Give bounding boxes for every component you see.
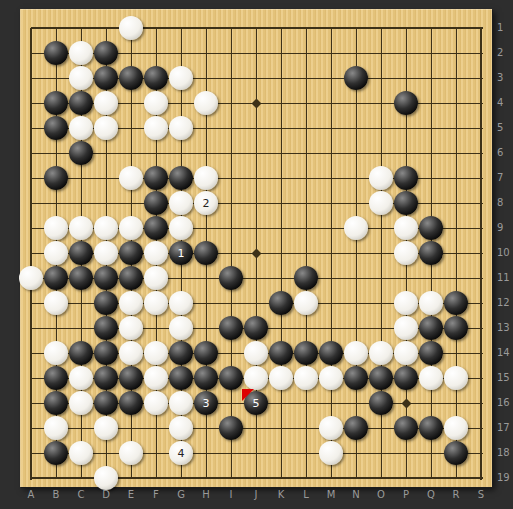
grid-line-vertical	[281, 28, 282, 479]
white-stone	[394, 291, 418, 315]
column-label: O	[371, 489, 391, 500]
black-stone	[44, 391, 68, 415]
column-label: N	[346, 489, 366, 500]
row-label: 2	[497, 47, 513, 58]
white-stone	[394, 341, 418, 365]
white-stone	[94, 116, 118, 140]
black-stone	[44, 91, 68, 115]
white-stone	[144, 116, 168, 140]
row-label: 8	[497, 197, 513, 208]
white-stone	[69, 441, 93, 465]
white-stone	[94, 241, 118, 265]
grid-line-vertical	[456, 28, 457, 479]
white-stone	[144, 341, 168, 365]
black-stone	[144, 191, 168, 215]
white-stone	[19, 266, 43, 290]
black-stone	[169, 166, 193, 190]
white-stone	[44, 241, 68, 265]
black-stone	[119, 391, 143, 415]
white-stone	[144, 91, 168, 115]
black-stone	[144, 166, 168, 190]
star-point	[402, 399, 412, 409]
black-stone	[44, 116, 68, 140]
column-label: D	[96, 489, 116, 500]
black-stone	[394, 91, 418, 115]
black-stone	[194, 241, 218, 265]
black-stone	[294, 266, 318, 290]
white-stone	[69, 391, 93, 415]
row-label: 13	[497, 322, 513, 333]
black-stone	[194, 366, 218, 390]
black-stone	[119, 266, 143, 290]
white-stone	[344, 216, 368, 240]
white-stone	[419, 291, 443, 315]
white-stone	[94, 416, 118, 440]
black-stone	[444, 441, 468, 465]
white-stone: 4	[169, 441, 193, 465]
black-stone: 3	[194, 391, 218, 415]
row-label: 7	[497, 172, 513, 183]
black-stone	[419, 416, 443, 440]
column-label: P	[396, 489, 416, 500]
star-point	[252, 99, 262, 109]
white-stone	[394, 216, 418, 240]
column-label: J	[246, 489, 266, 500]
row-label: 5	[497, 122, 513, 133]
grid-line-horizontal	[31, 27, 483, 29]
white-stone	[169, 416, 193, 440]
black-stone	[169, 341, 193, 365]
column-label: R	[446, 489, 466, 500]
white-stone	[69, 116, 93, 140]
black-stone	[94, 391, 118, 415]
white-stone	[319, 416, 343, 440]
column-label: B	[46, 489, 66, 500]
row-label: 9	[497, 222, 513, 233]
move-number: 2	[203, 198, 210, 209]
white-stone	[94, 216, 118, 240]
column-label: M	[321, 489, 341, 500]
black-stone	[444, 291, 468, 315]
black-stone	[94, 66, 118, 90]
white-stone	[369, 166, 393, 190]
white-stone	[169, 291, 193, 315]
white-stone	[119, 291, 143, 315]
black-stone	[94, 291, 118, 315]
black-stone	[119, 366, 143, 390]
white-stone	[344, 341, 368, 365]
grid-line-vertical	[306, 28, 307, 479]
black-stone	[419, 216, 443, 240]
white-stone	[394, 241, 418, 265]
column-label: L	[296, 489, 316, 500]
black-stone	[169, 366, 193, 390]
white-stone	[444, 366, 468, 390]
black-stone	[94, 366, 118, 390]
grid-line-horizontal	[31, 153, 483, 154]
black-stone	[69, 341, 93, 365]
white-stone	[144, 391, 168, 415]
white-stone	[419, 366, 443, 390]
row-label: 1	[497, 22, 513, 33]
black-stone	[94, 266, 118, 290]
black-stone	[369, 366, 393, 390]
white-stone	[44, 416, 68, 440]
grid-line-vertical	[331, 28, 332, 479]
column-label: Q	[421, 489, 441, 500]
white-stone	[69, 41, 93, 65]
black-stone	[69, 91, 93, 115]
black-stone	[219, 316, 243, 340]
black-stone	[119, 241, 143, 265]
black-stone	[269, 341, 293, 365]
grid-line-vertical	[30, 28, 32, 480]
white-stone	[369, 341, 393, 365]
column-label: C	[71, 489, 91, 500]
row-label: 14	[497, 347, 513, 358]
white-stone	[119, 441, 143, 465]
row-label: 11	[497, 272, 513, 283]
black-stone	[269, 291, 293, 315]
white-stone	[119, 166, 143, 190]
black-stone	[69, 266, 93, 290]
black-stone	[294, 341, 318, 365]
white-stone	[244, 341, 268, 365]
black-stone	[419, 316, 443, 340]
row-label: 4	[497, 97, 513, 108]
white-stone	[319, 366, 343, 390]
white-stone	[119, 341, 143, 365]
black-stone	[94, 341, 118, 365]
white-stone	[69, 216, 93, 240]
black-stone	[319, 341, 343, 365]
black-stone	[94, 41, 118, 65]
black-stone	[44, 441, 68, 465]
black-stone	[369, 391, 393, 415]
black-stone	[394, 166, 418, 190]
white-stone	[269, 366, 293, 390]
row-label: 15	[497, 372, 513, 383]
white-stone	[194, 166, 218, 190]
move-number: 1	[178, 248, 185, 259]
white-stone	[394, 316, 418, 340]
white-stone	[169, 66, 193, 90]
column-label: S	[471, 489, 491, 500]
white-stone	[119, 316, 143, 340]
black-stone	[44, 366, 68, 390]
black-stone	[419, 241, 443, 265]
go-board[interactable]: 21354	[20, 9, 492, 487]
black-stone	[419, 341, 443, 365]
row-label: 16	[497, 397, 513, 408]
move-number: 5	[253, 398, 260, 409]
row-label: 18	[497, 447, 513, 458]
row-label: 3	[497, 72, 513, 83]
white-stone	[169, 316, 193, 340]
black-stone: 1	[169, 241, 193, 265]
go-game-screenshot: 21354 ABCDEFGHIJKLMNOPQRS123456789101112…	[0, 0, 513, 509]
white-stone	[169, 216, 193, 240]
black-stone	[69, 241, 93, 265]
white-stone	[169, 191, 193, 215]
row-label: 12	[497, 297, 513, 308]
black-stone	[219, 266, 243, 290]
white-stone	[94, 466, 118, 490]
row-label: 17	[497, 422, 513, 433]
black-stone	[44, 266, 68, 290]
white-stone	[144, 291, 168, 315]
row-label: 10	[497, 247, 513, 258]
black-stone	[144, 216, 168, 240]
black-stone	[119, 66, 143, 90]
column-label: A	[21, 489, 41, 500]
white-stone	[194, 91, 218, 115]
black-stone	[194, 341, 218, 365]
black-stone	[219, 366, 243, 390]
white-stone	[44, 216, 68, 240]
black-stone	[44, 41, 68, 65]
white-stone	[69, 366, 93, 390]
row-label: 19	[497, 472, 513, 483]
white-stone	[44, 341, 68, 365]
white-stone	[144, 366, 168, 390]
black-stone	[394, 191, 418, 215]
white-stone	[369, 191, 393, 215]
column-label: K	[271, 489, 291, 500]
move-number: 3	[203, 398, 210, 409]
white-stone	[119, 216, 143, 240]
row-label: 6	[497, 147, 513, 158]
column-label: E	[121, 489, 141, 500]
white-stone	[444, 416, 468, 440]
black-stone	[444, 316, 468, 340]
white-stone	[294, 291, 318, 315]
column-label: F	[146, 489, 166, 500]
black-stone	[244, 316, 268, 340]
white-stone	[244, 366, 268, 390]
move-number: 4	[178, 448, 185, 459]
white-stone	[94, 91, 118, 115]
black-stone	[394, 366, 418, 390]
black-stone	[344, 416, 368, 440]
grid-line-vertical	[356, 28, 357, 479]
white-stone	[169, 116, 193, 140]
black-stone	[394, 416, 418, 440]
star-point	[252, 249, 262, 259]
grid-line-horizontal	[31, 453, 483, 454]
white-stone: 2	[194, 191, 218, 215]
white-stone	[144, 266, 168, 290]
white-stone	[144, 241, 168, 265]
column-label: I	[221, 489, 241, 500]
white-stone	[294, 366, 318, 390]
white-stone	[69, 66, 93, 90]
white-stone	[169, 391, 193, 415]
white-stone	[319, 441, 343, 465]
grid-line-vertical	[480, 28, 482, 480]
black-stone	[69, 141, 93, 165]
column-label: G	[171, 489, 191, 500]
black-stone	[219, 416, 243, 440]
black-stone	[344, 66, 368, 90]
column-label: H	[196, 489, 216, 500]
black-stone	[94, 316, 118, 340]
black-stone	[44, 166, 68, 190]
black-stone	[344, 366, 368, 390]
white-stone	[44, 291, 68, 315]
white-stone	[119, 16, 143, 40]
black-stone	[144, 66, 168, 90]
